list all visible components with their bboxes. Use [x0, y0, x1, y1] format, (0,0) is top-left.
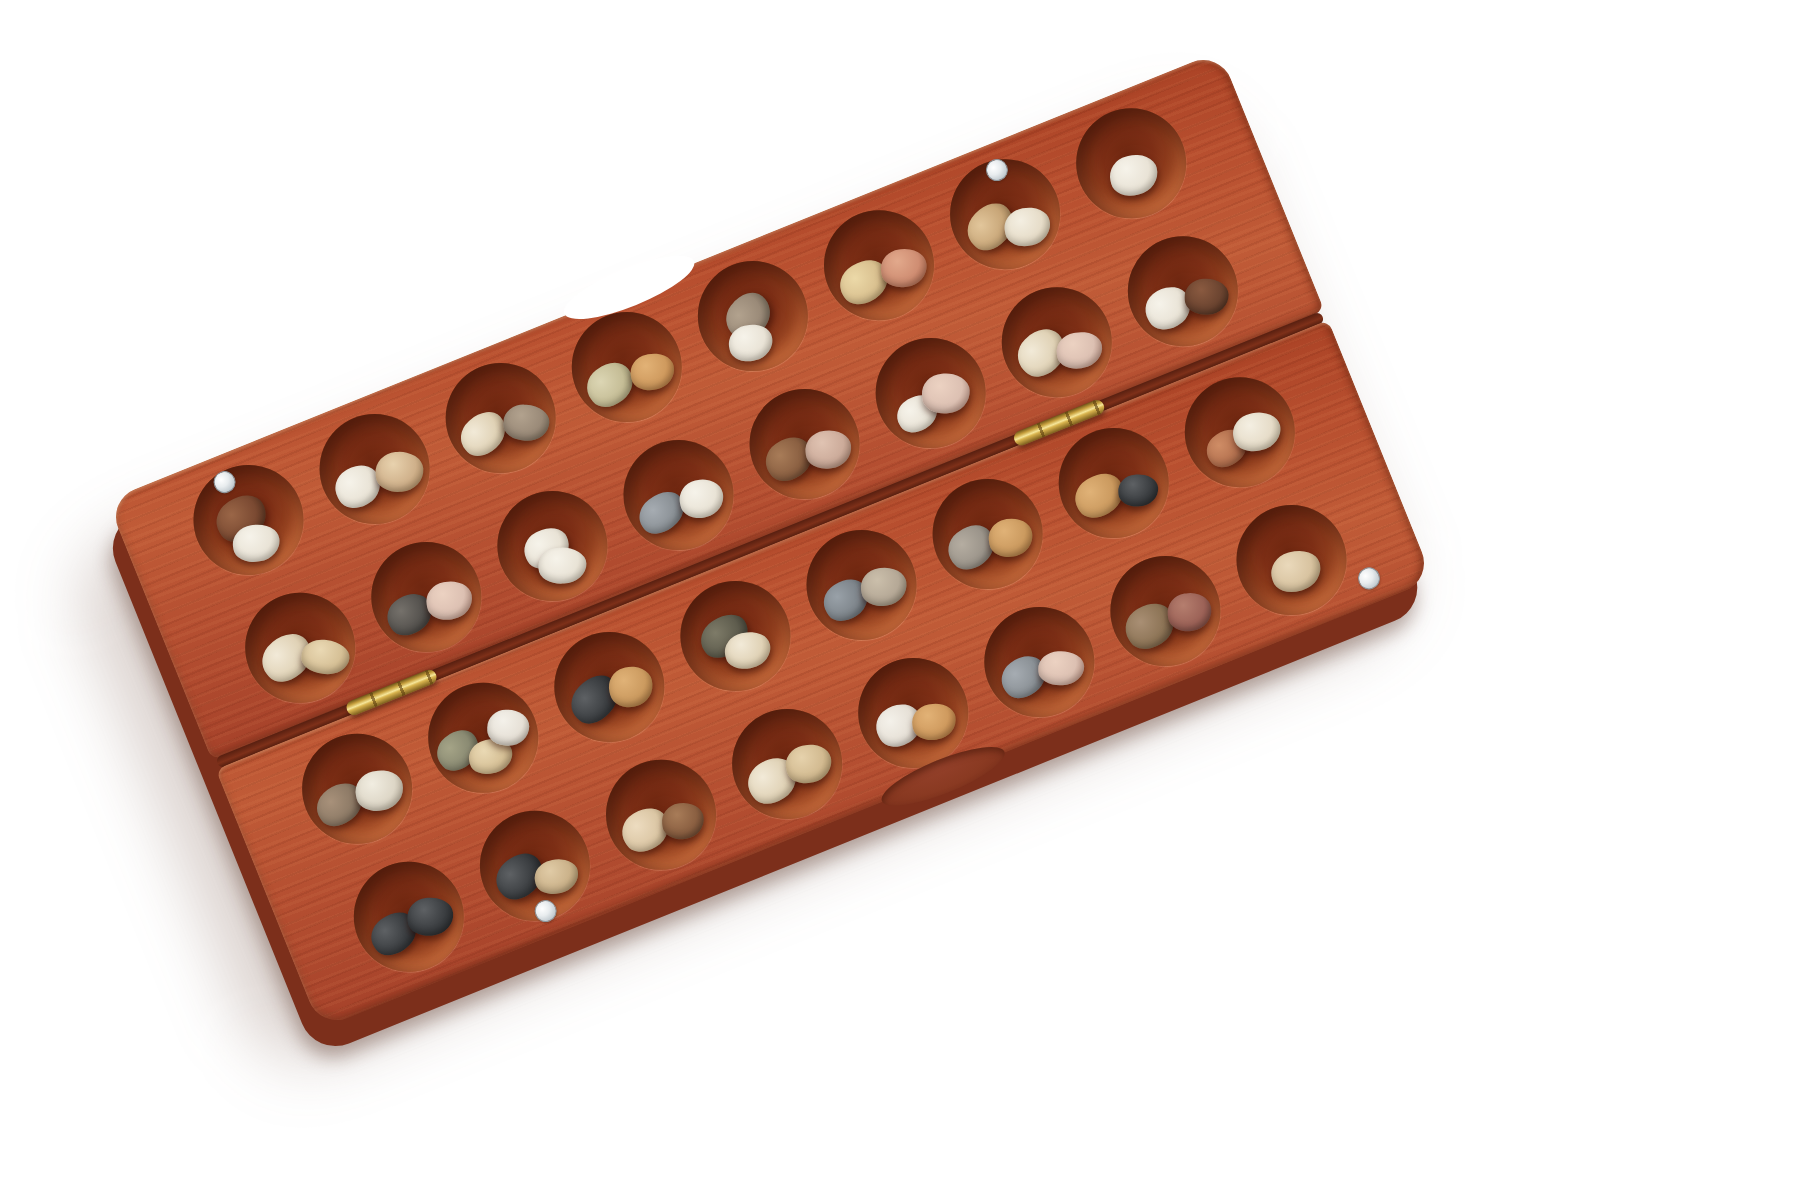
pit-r2c1[interactable] [229, 576, 372, 719]
pebble-cream [453, 403, 514, 463]
pit-r2c6[interactable] [859, 322, 1002, 465]
pebble-orangetan [627, 350, 678, 394]
pit-r3c6[interactable] [916, 462, 1059, 605]
pit-r2c4[interactable] [607, 423, 750, 566]
pit-r3c8[interactable] [1168, 361, 1311, 504]
pit-r4c7[interactable] [1094, 539, 1237, 682]
pebble-pinkcream [423, 578, 475, 623]
pit-r4c3[interactable] [589, 743, 732, 886]
pit-r2c2[interactable] [355, 525, 498, 668]
pebble-pinkcream [1054, 329, 1106, 372]
pebble-tanorange [986, 515, 1036, 560]
product-photo-scene [0, 0, 1800, 1200]
pit-r4c4[interactable] [716, 692, 859, 835]
pebble-tanspeck [374, 450, 425, 493]
pit-r1c3[interactable] [429, 346, 572, 489]
pebble-pearl [487, 710, 529, 746]
pit-r4c1[interactable] [337, 845, 480, 988]
pebble-pinkcream [1038, 650, 1085, 686]
pebble-beige [300, 638, 351, 677]
pit-r1c2[interactable] [303, 397, 446, 540]
pebble-white [1106, 150, 1162, 200]
pebble-creamtan [1266, 545, 1325, 597]
pit-r2c5[interactable] [733, 372, 876, 515]
pebble-black [406, 895, 456, 938]
pebble-white [538, 547, 587, 585]
pit-r2c8[interactable] [1111, 220, 1254, 363]
pebble-pinkcream [921, 372, 972, 415]
pit-r1c5[interactable] [681, 245, 824, 388]
pit-r2c3[interactable] [481, 474, 624, 617]
pebble-pinktaupe [803, 428, 853, 471]
pit-r1c6[interactable] [807, 194, 950, 337]
pebble-taupe [502, 404, 550, 442]
pebble-orangetan [909, 700, 959, 743]
pit-r3c7[interactable] [1042, 412, 1185, 555]
pit-r1c1[interactable] [177, 448, 320, 591]
pit-r1c8[interactable] [1060, 92, 1203, 235]
pit-r3c4[interactable] [664, 564, 807, 707]
pebble-black [1117, 473, 1159, 508]
pit-r3c5[interactable] [790, 513, 933, 656]
pit-r4c8[interactable] [1220, 489, 1363, 632]
pebble-white [676, 475, 727, 521]
pit-r3c2[interactable] [412, 666, 555, 809]
pit-r3c1[interactable] [286, 717, 429, 860]
pebble-darkbrown [1184, 278, 1229, 316]
mancala-board [107, 51, 1433, 1029]
pit-r2c7[interactable] [985, 271, 1128, 414]
pit-r3c3[interactable] [538, 615, 681, 758]
pit-r4c6[interactable] [968, 590, 1111, 733]
pebble-brown [660, 800, 707, 841]
